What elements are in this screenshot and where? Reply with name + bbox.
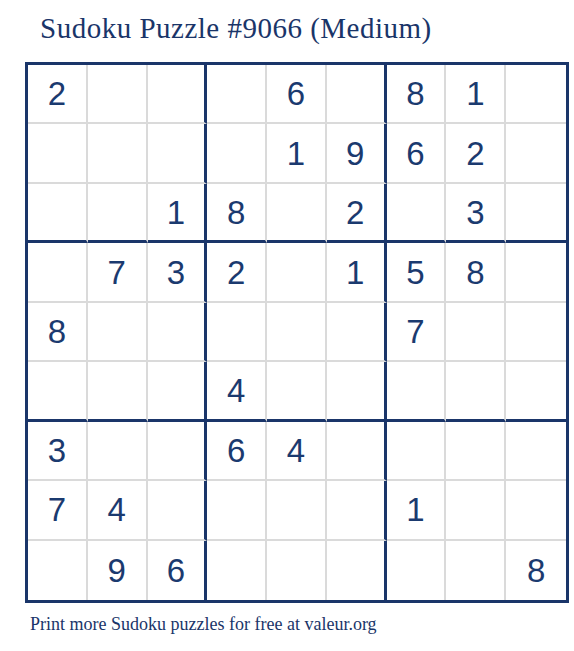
cell-r8c5 bbox=[267, 481, 327, 540]
cell-r4c3: 3 bbox=[148, 243, 208, 302]
cell-r9c4 bbox=[207, 541, 267, 600]
cell-r5c2 bbox=[88, 303, 148, 362]
cell-r3c8: 3 bbox=[446, 184, 506, 243]
footer-text: Print more Sudoku puzzles for free at va… bbox=[30, 614, 377, 635]
cell-r9c7 bbox=[387, 541, 447, 600]
cell-r5c3 bbox=[148, 303, 208, 362]
cell-r5c6 bbox=[327, 303, 387, 362]
cell-r3c3: 1 bbox=[148, 184, 208, 243]
cell-r9c2: 9 bbox=[88, 541, 148, 600]
cell-r1c5: 6 bbox=[267, 65, 327, 124]
cell-r7c1: 3 bbox=[28, 422, 88, 481]
cell-r9c6 bbox=[327, 541, 387, 600]
cell-r3c9 bbox=[506, 184, 566, 243]
cell-r9c3: 6 bbox=[148, 541, 208, 600]
cell-r5c1: 8 bbox=[28, 303, 88, 362]
cell-r4c1 bbox=[28, 243, 88, 302]
cell-r5c7: 7 bbox=[387, 303, 447, 362]
cell-r8c7: 1 bbox=[387, 481, 447, 540]
cell-r9c9: 8 bbox=[506, 541, 566, 600]
cell-r2c8: 2 bbox=[446, 124, 506, 183]
cell-r7c9 bbox=[506, 422, 566, 481]
cell-r6c8 bbox=[446, 362, 506, 421]
cell-r4c7: 5 bbox=[387, 243, 447, 302]
cell-r4c2: 7 bbox=[88, 243, 148, 302]
cell-r3c7 bbox=[387, 184, 447, 243]
cell-r4c9 bbox=[506, 243, 566, 302]
cell-r3c5 bbox=[267, 184, 327, 243]
cell-r9c5 bbox=[267, 541, 327, 600]
cell-r3c1 bbox=[28, 184, 88, 243]
cell-r7c2 bbox=[88, 422, 148, 481]
cell-r8c3 bbox=[148, 481, 208, 540]
cell-r1c4 bbox=[207, 65, 267, 124]
cell-r1c9 bbox=[506, 65, 566, 124]
cell-r9c1 bbox=[28, 541, 88, 600]
cell-r9c8 bbox=[446, 541, 506, 600]
cell-r1c3 bbox=[148, 65, 208, 124]
cell-r3c6: 2 bbox=[327, 184, 387, 243]
cell-r7c6 bbox=[327, 422, 387, 481]
cell-r4c6: 1 bbox=[327, 243, 387, 302]
cell-r8c1: 7 bbox=[28, 481, 88, 540]
cell-r8c4 bbox=[207, 481, 267, 540]
cell-r3c4: 8 bbox=[207, 184, 267, 243]
cell-r7c5: 4 bbox=[267, 422, 327, 481]
cell-r7c4: 6 bbox=[207, 422, 267, 481]
cell-r2c2 bbox=[88, 124, 148, 183]
cell-r6c4: 4 bbox=[207, 362, 267, 421]
cell-r8c2: 4 bbox=[88, 481, 148, 540]
sudoku-board: 268119621823732158874364741968 bbox=[25, 62, 569, 603]
cell-r4c4: 2 bbox=[207, 243, 267, 302]
cell-r2c5: 1 bbox=[267, 124, 327, 183]
cell-r1c7: 8 bbox=[387, 65, 447, 124]
cell-r8c8 bbox=[446, 481, 506, 540]
cell-r6c6 bbox=[327, 362, 387, 421]
cell-r4c5 bbox=[267, 243, 327, 302]
cell-r2c1 bbox=[28, 124, 88, 183]
cell-r6c1 bbox=[28, 362, 88, 421]
cell-r4c8: 8 bbox=[446, 243, 506, 302]
cell-r1c6 bbox=[327, 65, 387, 124]
cell-r5c8 bbox=[446, 303, 506, 362]
cell-r2c6: 9 bbox=[327, 124, 387, 183]
cell-r7c7 bbox=[387, 422, 447, 481]
cell-r6c5 bbox=[267, 362, 327, 421]
cell-r6c9 bbox=[506, 362, 566, 421]
cell-r2c3 bbox=[148, 124, 208, 183]
cell-r6c7 bbox=[387, 362, 447, 421]
cell-r1c8: 1 bbox=[446, 65, 506, 124]
cell-r5c5 bbox=[267, 303, 327, 362]
cell-r2c9 bbox=[506, 124, 566, 183]
page-title: Sudoku Puzzle #9066 (Medium) bbox=[40, 12, 432, 45]
cell-r5c4 bbox=[207, 303, 267, 362]
cell-r7c3 bbox=[148, 422, 208, 481]
cell-r1c2 bbox=[88, 65, 148, 124]
cell-r8c6 bbox=[327, 481, 387, 540]
cell-r2c7: 6 bbox=[387, 124, 447, 183]
cell-r6c3 bbox=[148, 362, 208, 421]
cell-r8c9 bbox=[506, 481, 566, 540]
cell-r6c2 bbox=[88, 362, 148, 421]
cell-r7c8 bbox=[446, 422, 506, 481]
cell-r3c2 bbox=[88, 184, 148, 243]
cell-r1c1: 2 bbox=[28, 65, 88, 124]
cell-r5c9 bbox=[506, 303, 566, 362]
cell-r2c4 bbox=[207, 124, 267, 183]
